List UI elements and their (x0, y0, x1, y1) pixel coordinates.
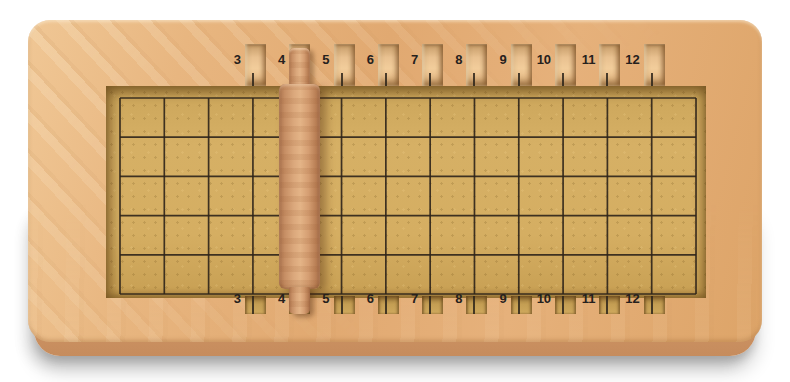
grid-line-stub (252, 73, 254, 86)
top-label-10: 10 (511, 52, 551, 68)
bottom-label-11: 11 (555, 291, 595, 307)
bottom-label-7: 7 (378, 291, 418, 307)
slider-bottom-tab (289, 287, 310, 314)
slider-top-tab (289, 48, 310, 86)
grid-line-stub (429, 73, 431, 86)
top-label-9: 9 (467, 52, 507, 68)
top-label-6: 6 (334, 52, 374, 68)
grid-line-stub (562, 73, 564, 86)
grid-line-stub (341, 73, 343, 86)
bottom-label-10: 10 (511, 291, 551, 307)
bottom-label-6: 6 (334, 291, 374, 307)
grid-line-stub (651, 73, 653, 86)
bottom-label-12: 12 (600, 291, 640, 307)
bottom-label-8: 8 (422, 291, 462, 307)
bottom-label-3: 3 (201, 291, 241, 307)
top-label-8: 8 (422, 52, 462, 68)
bottom-label-9: 9 (467, 291, 507, 307)
grid-line-stub (473, 73, 475, 86)
top-notch-12[interactable] (644, 44, 665, 86)
top-label-7: 7 (378, 52, 418, 68)
grid (120, 98, 696, 294)
bottom-notch-12[interactable] (644, 296, 665, 314)
grid-line-stub (606, 73, 608, 86)
grid-line-stub (651, 296, 653, 314)
top-label-3: 3 (201, 52, 241, 68)
grid-line-stub (385, 73, 387, 86)
slider-body (279, 84, 320, 289)
photo-stage: 33445566778899101011111212 (0, 0, 790, 382)
grid-line-stub (518, 73, 520, 86)
top-label-11: 11 (555, 52, 595, 68)
top-label-12: 12 (600, 52, 640, 68)
game-board: 33445566778899101011111212 (28, 20, 762, 342)
divider-slider[interactable] (279, 48, 320, 314)
